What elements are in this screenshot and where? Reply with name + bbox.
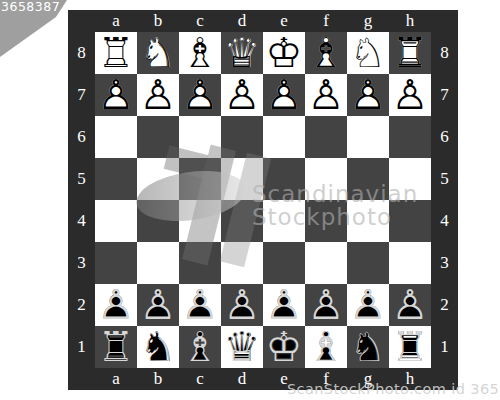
piece-black-king-e1[interactable]: ♚♔ [263, 326, 305, 368]
piece-glyph-outline: ♙ [347, 74, 389, 116]
piece-glyph-outline: ♙ [263, 74, 305, 116]
piece-glyph-outline: ♙ [389, 284, 431, 326]
square-d2[interactable]: ♟♙ [221, 284, 263, 326]
watermark-id-number: 3658387 [1, 0, 60, 14]
piece-black-bishop-f1[interactable]: ♝♗ [305, 326, 347, 368]
square-h6[interactable] [389, 116, 431, 158]
piece-glyph-outline: ♗ [179, 32, 221, 74]
square-a8[interactable]: ♜♖ [95, 32, 137, 74]
square-c2[interactable]: ♟♙ [179, 284, 221, 326]
piece-white-pawn-a7[interactable]: ♟♙ [95, 74, 137, 116]
piece-white-pawn-f7[interactable]: ♟♙ [305, 74, 347, 116]
file-label-bottom-b: b [137, 368, 179, 390]
rank-label-left-3: 3 [68, 242, 95, 284]
piece-black-knight-g1[interactable]: ♞♘ [347, 326, 389, 368]
rank-label-left-7: 7 [68, 74, 95, 116]
piece-black-pawn-g2[interactable]: ♟♙ [347, 284, 389, 326]
watermark-corner-banner: 3658387 [0, 0, 72, 62]
rank-label-left-8: 8 [68, 32, 95, 74]
rank-label-left-6: 6 [68, 116, 95, 158]
piece-black-pawn-c2[interactable]: ♟♙ [179, 284, 221, 326]
square-f1[interactable]: ♝♗ [305, 326, 347, 368]
piece-glyph-outline: ♙ [221, 284, 263, 326]
piece-glyph-outline: ♗ [305, 32, 347, 74]
piece-glyph-outline: ♘ [137, 32, 179, 74]
square-h3[interactable] [389, 242, 431, 284]
rank-label-right-2: 2 [431, 284, 458, 326]
piece-glyph-outline: ♗ [179, 326, 221, 368]
square-c7[interactable]: ♟♙ [179, 74, 221, 116]
file-label-bottom-a: a [95, 368, 137, 390]
piece-white-pawn-e7[interactable]: ♟♙ [263, 74, 305, 116]
square-e1[interactable]: ♚♔ [263, 326, 305, 368]
square-f7[interactable]: ♟♙ [305, 74, 347, 116]
square-e6[interactable] [263, 116, 305, 158]
square-h1[interactable]: ♜♖ [389, 326, 431, 368]
piece-white-king-e8[interactable]: ♚♔ [263, 32, 305, 74]
piece-glyph-outline: ♙ [137, 74, 179, 116]
square-g7[interactable]: ♟♙ [347, 74, 389, 116]
piece-black-pawn-b2[interactable]: ♟♙ [137, 284, 179, 326]
piece-black-rook-a1[interactable]: ♜♖ [95, 326, 137, 368]
square-c1[interactable]: ♝♗ [179, 326, 221, 368]
piece-white-pawn-g7[interactable]: ♟♙ [347, 74, 389, 116]
square-a2[interactable]: ♟♙ [95, 284, 137, 326]
square-g2[interactable]: ♟♙ [347, 284, 389, 326]
watermark-center-line2: Stockphoto [252, 204, 392, 230]
piece-white-bishop-c8[interactable]: ♝♗ [179, 32, 221, 74]
square-f8[interactable]: ♝♗ [305, 32, 347, 74]
piece-white-pawn-d7[interactable]: ♟♙ [221, 74, 263, 116]
piece-white-rook-h8[interactable]: ♜♖ [389, 32, 431, 74]
piece-glyph-outline: ♙ [389, 74, 431, 116]
piece-glyph-outline: ♘ [137, 326, 179, 368]
rank-label-right-3: 3 [431, 242, 458, 284]
piece-black-pawn-e2[interactable]: ♟♙ [263, 284, 305, 326]
piece-black-knight-b1[interactable]: ♞♘ [137, 326, 179, 368]
square-a7[interactable]: ♟♙ [95, 74, 137, 116]
piece-black-bishop-c1[interactable]: ♝♗ [179, 326, 221, 368]
file-label-bottom-c: c [179, 368, 221, 390]
square-e2[interactable]: ♟♙ [263, 284, 305, 326]
square-f3[interactable] [305, 242, 347, 284]
rank-label-left-2: 2 [68, 284, 95, 326]
piece-glyph-outline: ♙ [221, 74, 263, 116]
rank-label-right-1: 1 [431, 326, 458, 368]
square-h7[interactable]: ♟♙ [389, 74, 431, 116]
rank-label-right-5: 5 [431, 158, 458, 200]
piece-glyph-outline: ♙ [179, 74, 221, 116]
square-h8[interactable]: ♜♖ [389, 32, 431, 74]
piece-glyph-outline: ♙ [347, 284, 389, 326]
rank-label-left-1: 1 [68, 326, 95, 368]
square-e8[interactable]: ♚♔ [263, 32, 305, 74]
piece-glyph-outline: ♖ [95, 326, 137, 368]
piece-white-rook-a8[interactable]: ♜♖ [95, 32, 137, 74]
square-c8[interactable]: ♝♗ [179, 32, 221, 74]
rank-labels-right: 87654321 [431, 32, 458, 368]
rank-label-right-6: 6 [431, 116, 458, 158]
square-b8[interactable]: ♞♘ [137, 32, 179, 74]
piece-glyph-outline: ♙ [263, 284, 305, 326]
square-b7[interactable]: ♟♙ [137, 74, 179, 116]
piece-white-pawn-h7[interactable]: ♟♙ [389, 74, 431, 116]
rank-label-left-4: 4 [68, 200, 95, 242]
piece-glyph-outline: ♕ [221, 32, 263, 74]
square-a5[interactable] [95, 158, 137, 200]
square-b3[interactable] [137, 242, 179, 284]
square-g3[interactable] [347, 242, 389, 284]
piece-white-knight-g8[interactable]: ♞♘ [347, 32, 389, 74]
piece-glyph-outline: ♖ [95, 32, 137, 74]
piece-glyph-outline: ♙ [95, 74, 137, 116]
piece-glyph-outline: ♗ [305, 326, 347, 368]
square-a6[interactable] [95, 116, 137, 158]
square-g6[interactable] [347, 116, 389, 158]
square-f6[interactable] [305, 116, 347, 158]
piece-glyph-outline: ♖ [389, 32, 431, 74]
piece-glyph-outline: ♖ [389, 326, 431, 368]
piece-black-queen-d1[interactable]: ♛♕ [221, 326, 263, 368]
piece-glyph-outline: ♔ [263, 326, 305, 368]
piece-black-pawn-f2[interactable]: ♟♙ [305, 284, 347, 326]
square-d8[interactable]: ♛♕ [221, 32, 263, 74]
piece-glyph-outline: ♕ [221, 326, 263, 368]
rank-label-right-8: 8 [431, 32, 458, 74]
watermark-bottom-text: ScanStockPhoto.com id 3658387 [287, 381, 500, 397]
square-a4[interactable] [95, 200, 137, 242]
piece-glyph-outline: ♙ [305, 284, 347, 326]
square-d1[interactable]: ♛♕ [221, 326, 263, 368]
square-e3[interactable] [263, 242, 305, 284]
piece-glyph-outline: ♘ [347, 32, 389, 74]
piece-white-queen-d8[interactable]: ♛♕ [221, 32, 263, 74]
square-b1[interactable]: ♞♘ [137, 326, 179, 368]
rank-label-left-5: 5 [68, 158, 95, 200]
square-d7[interactable]: ♟♙ [221, 74, 263, 116]
piece-black-pawn-d2[interactable]: ♟♙ [221, 284, 263, 326]
piece-glyph-outline: ♘ [347, 326, 389, 368]
piece-glyph-outline: ♙ [179, 284, 221, 326]
square-e7[interactable]: ♟♙ [263, 74, 305, 116]
piece-white-knight-b8[interactable]: ♞♘ [137, 32, 179, 74]
rank-label-right-4: 4 [431, 200, 458, 242]
piece-glyph-outline: ♙ [305, 74, 347, 116]
piece-glyph-outline: ♔ [263, 32, 305, 74]
piece-black-pawn-a2[interactable]: ♟♙ [95, 284, 137, 326]
piece-black-pawn-h2[interactable]: ♟♙ [389, 284, 431, 326]
piece-black-rook-h1[interactable]: ♜♖ [389, 326, 431, 368]
square-a3[interactable] [95, 242, 137, 284]
square-h2[interactable]: ♟♙ [389, 284, 431, 326]
stock-photo-canvas: abcdefgh abcdefgh 87654321 87654321 ♜♖♞♘… [0, 0, 500, 400]
file-label-bottom-d: d [221, 368, 263, 390]
piece-white-pawn-b7[interactable]: ♟♙ [137, 74, 179, 116]
square-g1[interactable]: ♞♘ [347, 326, 389, 368]
rank-label-right-7: 7 [431, 74, 458, 116]
rank-labels-left: 87654321 [68, 32, 95, 368]
square-g8[interactable]: ♞♘ [347, 32, 389, 74]
piece-white-bishop-f8[interactable]: ♝♗ [305, 32, 347, 74]
piece-white-pawn-c7[interactable]: ♟♙ [179, 74, 221, 116]
corner-banner-shape [0, 0, 67, 57]
square-a1[interactable]: ♜♖ [95, 326, 137, 368]
piece-glyph-outline: ♙ [95, 284, 137, 326]
piece-glyph-outline: ♙ [137, 284, 179, 326]
square-f2[interactable]: ♟♙ [305, 284, 347, 326]
square-b2[interactable]: ♟♙ [137, 284, 179, 326]
